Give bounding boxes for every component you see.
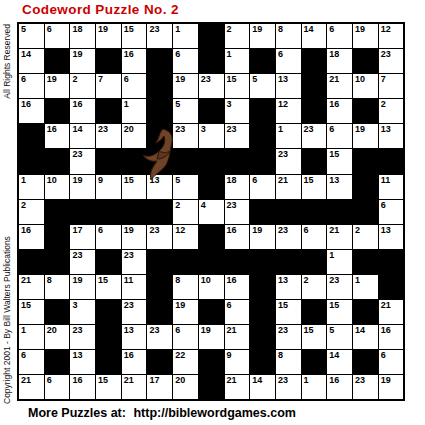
- cell-r5c12[interactable]: 23: [302, 124, 327, 148]
- clue-number: 16: [47, 125, 57, 134]
- cell-r9c10[interactable]: 19: [250, 225, 275, 249]
- clue-number: 15: [304, 326, 314, 335]
- cell-r14c5[interactable]: 16: [122, 350, 147, 374]
- cell-r7c5[interactable]: 15: [122, 175, 147, 199]
- clue-number: 19: [124, 226, 134, 235]
- cell-r11c13[interactable]: 23: [327, 275, 352, 299]
- cell-r8c9[interactable]: 23: [225, 200, 250, 224]
- clue-number: 2: [72, 75, 77, 84]
- clue-number: 19: [72, 176, 82, 185]
- cell-r10c5[interactable]: 23: [122, 250, 147, 274]
- clue-number: 3: [227, 100, 232, 109]
- clue-number: 21: [227, 326, 237, 335]
- cell-r14c8: [199, 350, 224, 374]
- clue-number: 6: [21, 75, 26, 84]
- clue-number: 23: [149, 226, 159, 235]
- cell-r12c3[interactable]: 3: [70, 300, 95, 324]
- clue-number: 16: [227, 276, 237, 285]
- cell-r4c10: [250, 99, 275, 123]
- clue-number: 1: [227, 50, 232, 59]
- clue-number: 15: [329, 150, 339, 159]
- clue-number: 1: [124, 100, 129, 109]
- cell-r11c3[interactable]: 19: [70, 275, 95, 299]
- cell-r14c7[interactable]: 22: [173, 350, 198, 374]
- clue-number: 21: [278, 176, 288, 185]
- cell-r6c13[interactable]: 15: [327, 149, 352, 173]
- cell-r8c10: [250, 200, 275, 224]
- clue-number: 2: [21, 201, 26, 210]
- cell-r5c5[interactable]: 20: [122, 124, 147, 148]
- cell-r15c3[interactable]: 16: [70, 375, 95, 399]
- cell-r13c14[interactable]: 14: [353, 325, 378, 349]
- clue-number: 6: [329, 25, 334, 34]
- clue-number: 22: [175, 351, 185, 360]
- clue-number: 10: [355, 75, 365, 84]
- cell-r4c11[interactable]: 12: [276, 99, 301, 123]
- cell-r7c6[interactable]: 13: [147, 175, 172, 199]
- cell-r2c13[interactable]: 18: [327, 49, 352, 73]
- clue-number: 12: [278, 100, 288, 109]
- clue-number: 2: [175, 201, 180, 210]
- clue-number: 19: [201, 326, 211, 335]
- cell-r3c11[interactable]: 13: [276, 74, 301, 98]
- cell-r5c11[interactable]: 1: [276, 124, 301, 148]
- clue-number: 23: [149, 25, 159, 34]
- cell-r13c11[interactable]: 23: [276, 325, 301, 349]
- cell-r4c8: [199, 99, 224, 123]
- clue-number: 1: [21, 176, 26, 185]
- cell-r13c13[interactable]: 5: [327, 325, 352, 349]
- cell-r14c2: [45, 350, 70, 374]
- clue-number: 2: [227, 25, 232, 34]
- clue-number: 23: [278, 150, 288, 159]
- cell-r8c7[interactable]: 2: [173, 200, 198, 224]
- clue-number: 23: [227, 201, 237, 210]
- cell-r11c2[interactable]: 8: [45, 275, 70, 299]
- cell-r12c5[interactable]: 23: [122, 300, 147, 324]
- cell-r5c7[interactable]: 23: [173, 124, 198, 148]
- cell-r14c10: [250, 350, 275, 374]
- clue-number: 19: [381, 376, 391, 385]
- cell-r2c9[interactable]: 1: [225, 49, 250, 73]
- cell-r10c3[interactable]: 23: [70, 250, 95, 274]
- cell-r10c2: [45, 250, 70, 274]
- cell-r8c11: [276, 200, 301, 224]
- cell-r2c15[interactable]: 23: [379, 49, 404, 73]
- cell-r9c6[interactable]: 23: [147, 225, 172, 249]
- clue-number: 13: [278, 75, 288, 84]
- clue-number: 14: [72, 125, 82, 134]
- cell-r2c11[interactable]: 6: [276, 49, 301, 73]
- cell-r7c15[interactable]: 11: [379, 175, 404, 199]
- cell-r13c5[interactable]: 13: [122, 325, 147, 349]
- cell-r3c12: [302, 74, 327, 98]
- cell-r12c2: [45, 300, 70, 324]
- clue-number: 15: [124, 176, 134, 185]
- cell-r5c10: [250, 124, 275, 148]
- cell-r5c13[interactable]: 6: [327, 124, 352, 148]
- cell-r8c14: [353, 200, 378, 224]
- cell-r7c10[interactable]: 6: [250, 175, 275, 199]
- cell-r8c15[interactable]: 6: [379, 200, 404, 224]
- cell-r14c13[interactable]: 14: [327, 350, 352, 374]
- clue-number: 16: [72, 100, 82, 109]
- clue-number: 16: [21, 100, 31, 109]
- clue-number: 16: [21, 226, 31, 235]
- cell-r9c4[interactable]: 6: [96, 225, 121, 249]
- cell-r12c6: [147, 300, 172, 324]
- cell-r14c4: [96, 350, 121, 374]
- cell-r3c6: [147, 74, 172, 98]
- cell-r6c6: [147, 149, 172, 173]
- clue-number: 3: [201, 125, 206, 134]
- cell-r11c5[interactable]: 11: [122, 275, 147, 299]
- cell-r1c12[interactable]: 14: [302, 24, 327, 48]
- clue-number: 2: [355, 226, 360, 235]
- clue-number: 21: [381, 301, 391, 310]
- clue-number: 10: [201, 276, 211, 285]
- cell-r1c6[interactable]: 23: [147, 24, 172, 48]
- cell-r8c12: [302, 200, 327, 224]
- clue-number: 2: [381, 100, 386, 109]
- cell-r12c15[interactable]: 21: [379, 300, 404, 324]
- cell-r12c11[interactable]: 15: [276, 300, 301, 324]
- cell-r1c1[interactable]: 5: [19, 24, 44, 48]
- cell-r5c1: [19, 124, 44, 148]
- cell-r10c15: [379, 250, 404, 274]
- cell-r15c11[interactable]: 23: [276, 375, 301, 399]
- cell-r14c3[interactable]: 13: [70, 350, 95, 374]
- cell-r10c14: [353, 250, 378, 274]
- cell-r9c8: [199, 225, 224, 249]
- cell-r5c4[interactable]: 23: [96, 124, 121, 148]
- cell-r14c11[interactable]: 8: [276, 350, 301, 374]
- clue-number: 11: [381, 176, 391, 185]
- cell-r4c7[interactable]: 5: [173, 99, 198, 123]
- cell-r3c10[interactable]: 5: [250, 74, 275, 98]
- cell-r13c3[interactable]: 23: [70, 325, 95, 349]
- clue-number: 21: [21, 276, 31, 285]
- clue-number: 8: [47, 276, 52, 285]
- clue-number: 17: [149, 376, 159, 385]
- cell-r15c6[interactable]: 17: [147, 375, 172, 399]
- cell-r7c2[interactable]: 10: [45, 175, 70, 199]
- cell-r4c13[interactable]: 16: [327, 99, 352, 123]
- codeword-grid: 5618191523121981461912141916616182361927…: [17, 22, 405, 401]
- clue-number: 6: [21, 351, 26, 360]
- cell-r4c3[interactable]: 16: [70, 99, 95, 123]
- cell-r10c13[interactable]: 1: [327, 250, 352, 274]
- cell-r2c8: [199, 49, 224, 73]
- cell-r15c5[interactable]: 21: [122, 375, 147, 399]
- cell-r2c5[interactable]: 16: [122, 49, 147, 73]
- cell-r1c3[interactable]: 18: [70, 24, 95, 48]
- clue-number: 23: [72, 251, 82, 260]
- clue-number: 5: [252, 75, 257, 84]
- clue-number: 1: [355, 276, 360, 285]
- cell-r1c10[interactable]: 19: [250, 24, 275, 48]
- cell-r12c13[interactable]: 15: [327, 300, 352, 324]
- cell-r14c9[interactable]: 9: [225, 350, 250, 374]
- cell-r10c1: [19, 250, 44, 274]
- clue-number: 1: [304, 376, 309, 385]
- codeword-puzzle-page: Codeword Puzzle No. 2 Copyright 2001 - B…: [0, 0, 425, 425]
- clue-number: 18: [329, 50, 339, 59]
- cell-r6c15: [379, 149, 404, 173]
- cell-r9c5[interactable]: 19: [122, 225, 147, 249]
- cell-r6c11[interactable]: 23: [276, 149, 301, 173]
- cell-r12c12: [302, 300, 327, 324]
- clue-number: 9: [98, 176, 103, 185]
- clue-number: 23: [149, 326, 159, 335]
- cell-r14c15[interactable]: 6: [379, 350, 404, 374]
- cell-r3c7[interactable]: 19: [173, 74, 198, 98]
- cell-r13c4: [96, 325, 121, 349]
- clue-number: 15: [329, 301, 339, 310]
- cell-r8c5: [122, 200, 147, 224]
- cell-r7c3[interactable]: 19: [70, 175, 95, 199]
- cell-r1c13[interactable]: 6: [327, 24, 352, 48]
- cell-r9c11[interactable]: 23: [276, 225, 301, 249]
- cell-r5c8[interactable]: 3: [199, 124, 224, 148]
- clue-number: 14: [329, 351, 339, 360]
- clue-number: 1: [278, 125, 283, 134]
- cell-r15c2[interactable]: 6: [45, 375, 70, 399]
- clue-number: 6: [124, 75, 129, 84]
- cell-r4c12: [302, 99, 327, 123]
- cell-r5c14[interactable]: 19: [353, 124, 378, 148]
- cell-r9c15[interactable]: 13: [379, 225, 404, 249]
- cell-r2c4: [96, 49, 121, 73]
- clue-number: 19: [72, 50, 82, 59]
- cell-r1c2[interactable]: 6: [45, 24, 70, 48]
- cell-r15c4[interactable]: 15: [96, 375, 121, 399]
- clue-number: 15: [124, 25, 134, 34]
- cell-r5c9[interactable]: 23: [225, 124, 250, 148]
- clue-number: 23: [381, 50, 391, 59]
- cell-r4c15[interactable]: 2: [379, 99, 404, 123]
- cell-r14c12: [302, 350, 327, 374]
- cell-r2c2: [45, 49, 70, 73]
- clue-number: 6: [329, 125, 334, 134]
- cell-r3c2[interactable]: 19: [45, 74, 70, 98]
- cell-r11c1[interactable]: 21: [19, 275, 44, 299]
- cell-r4c1[interactable]: 16: [19, 99, 44, 123]
- clue-number: 6: [304, 226, 309, 235]
- clue-number: 7: [381, 75, 386, 84]
- clue-number: 23: [72, 326, 82, 335]
- cell-r8c13: [327, 200, 352, 224]
- cell-r9c9[interactable]: 16: [225, 225, 250, 249]
- clue-number: 13: [124, 326, 134, 335]
- cell-r7c1[interactable]: 1: [19, 175, 44, 199]
- cell-r13c8[interactable]: 19: [199, 325, 224, 349]
- clue-number: 21: [124, 376, 134, 385]
- cell-r5c2[interactable]: 16: [45, 124, 70, 148]
- cell-r10c12: [302, 250, 327, 274]
- clue-number: 1: [21, 326, 26, 335]
- cell-r11c12[interactable]: 2: [302, 275, 327, 299]
- cell-r15c13[interactable]: 16: [327, 375, 352, 399]
- cell-r8c4: [96, 200, 121, 224]
- cell-r1c9[interactable]: 2: [225, 24, 250, 48]
- cell-r2c1[interactable]: 14: [19, 49, 44, 73]
- cell-r10c4: [96, 250, 121, 274]
- copyright-text: Copyright 2001 - By Bill Walters Publica…: [2, 236, 12, 404]
- cell-r3c4[interactable]: 7: [96, 74, 121, 98]
- clue-number: 16: [329, 100, 339, 109]
- clue-number: 15: [21, 301, 31, 310]
- clue-number: 23: [355, 376, 365, 385]
- clue-number: 6: [47, 376, 52, 385]
- clue-number: 5: [329, 326, 334, 335]
- cell-r1c4[interactable]: 19: [96, 24, 121, 48]
- clue-number: 19: [47, 75, 57, 84]
- cell-r12c9[interactable]: 6: [225, 300, 250, 324]
- cell-r15c12[interactable]: 1: [302, 375, 327, 399]
- clue-number: 4: [201, 201, 206, 210]
- cell-r6c8: [199, 149, 224, 173]
- cell-r13c9[interactable]: 21: [225, 325, 250, 349]
- cell-r14c1[interactable]: 6: [19, 350, 44, 374]
- clue-number: 16: [124, 351, 134, 360]
- cell-r10c10: [250, 250, 275, 274]
- cell-r11c14[interactable]: 1: [353, 275, 378, 299]
- cell-r2c3[interactable]: 19: [70, 49, 95, 73]
- footer-url[interactable]: http://biblewordgames.com: [133, 406, 296, 420]
- clue-number: 19: [72, 276, 82, 285]
- cell-r15c1[interactable]: 21: [19, 375, 44, 399]
- cell-r5c15[interactable]: 13: [379, 124, 404, 148]
- cell-r3c9[interactable]: 15: [225, 74, 250, 98]
- cell-r10c11: [276, 250, 301, 274]
- cell-r7c14: [353, 175, 378, 199]
- cell-r3c14[interactable]: 10: [353, 74, 378, 98]
- cell-r13c15[interactable]: 16: [379, 325, 404, 349]
- cell-r8c3: [70, 200, 95, 224]
- cell-r7c9[interactable]: 18: [225, 175, 250, 199]
- cell-r7c7[interactable]: 5: [173, 175, 198, 199]
- cell-r3c1[interactable]: 6: [19, 74, 44, 98]
- footer: More Puzzles at: http://biblewordgames.c…: [28, 406, 296, 420]
- clue-number: 13: [329, 176, 339, 185]
- cell-r6c3[interactable]: 23: [70, 149, 95, 173]
- clue-number: 20: [47, 326, 57, 335]
- cell-r9c14[interactable]: 2: [353, 225, 378, 249]
- page-title: Codeword Puzzle No. 2: [22, 2, 179, 17]
- clue-number: 16: [124, 50, 134, 59]
- clue-number: 12: [175, 226, 185, 235]
- cell-r6c7: [173, 149, 198, 173]
- clue-number: 13: [72, 351, 82, 360]
- cell-r11c11[interactable]: 13: [276, 275, 301, 299]
- clue-number: 21: [329, 226, 339, 235]
- cell-r1c14[interactable]: 19: [353, 24, 378, 48]
- cell-r12c1[interactable]: 15: [19, 300, 44, 324]
- clue-number: 23: [201, 75, 211, 84]
- clue-number: 18: [227, 176, 237, 185]
- cell-r4c9[interactable]: 3: [225, 99, 250, 123]
- cell-r1c7[interactable]: 1: [173, 24, 198, 48]
- cell-r7c4[interactable]: 9: [96, 175, 121, 199]
- cell-r13c6[interactable]: 23: [147, 325, 172, 349]
- clue-number: 12: [381, 25, 391, 34]
- cell-r9c3[interactable]: 17: [70, 225, 95, 249]
- cell-r11c7[interactable]: 8: [173, 275, 198, 299]
- cell-r7c8: [199, 175, 224, 199]
- cell-r9c13[interactable]: 21: [327, 225, 352, 249]
- cell-r15c14[interactable]: 23: [353, 375, 378, 399]
- clue-number: 6: [252, 176, 257, 185]
- cell-r10c6: [147, 250, 172, 274]
- cell-r13c7[interactable]: 6: [173, 325, 198, 349]
- clue-number: 16: [381, 326, 391, 335]
- cell-r5c3[interactable]: 14: [70, 124, 95, 148]
- clue-number: 17: [72, 226, 82, 235]
- cell-r7c13[interactable]: 13: [327, 175, 352, 199]
- clue-number: 20: [124, 125, 134, 134]
- cell-r11c8[interactable]: 10: [199, 275, 224, 299]
- cell-r8c8[interactable]: 4: [199, 200, 224, 224]
- cell-r1c5[interactable]: 15: [122, 24, 147, 48]
- clue-number: 1: [329, 251, 334, 260]
- cell-r13c2[interactable]: 20: [45, 325, 70, 349]
- cell-r4c6: [147, 99, 172, 123]
- cell-r4c5[interactable]: 1: [122, 99, 147, 123]
- clue-number: 15: [98, 276, 108, 285]
- cell-r11c9[interactable]: 16: [225, 275, 250, 299]
- clue-number: 15: [304, 176, 314, 185]
- cell-r15c10[interactable]: 14: [250, 375, 275, 399]
- cell-r6c9: [225, 149, 250, 173]
- clue-number: 21: [329, 75, 339, 84]
- cell-r9c7[interactable]: 12: [173, 225, 198, 249]
- clue-number: 23: [227, 125, 237, 134]
- clue-number: 18: [72, 25, 82, 34]
- cell-r4c14: [353, 99, 378, 123]
- cell-r3c8[interactable]: 23: [199, 74, 224, 98]
- cell-r13c1[interactable]: 1: [19, 325, 44, 349]
- rights-reserved-text: All Rights Reserved: [2, 24, 12, 99]
- cell-r13c12[interactable]: 15: [302, 325, 327, 349]
- cell-r12c7[interactable]: 19: [173, 300, 198, 324]
- cell-r1c15[interactable]: 12: [379, 24, 404, 48]
- cell-r9c2: [45, 225, 70, 249]
- cell-r15c8: [199, 375, 224, 399]
- clue-number: 23: [278, 326, 288, 335]
- clue-number: 10: [47, 176, 57, 185]
- cell-r1c11[interactable]: 8: [276, 24, 301, 48]
- clue-number: 23: [124, 251, 134, 260]
- cell-r15c15[interactable]: 19: [379, 375, 404, 399]
- cell-r3c15[interactable]: 7: [379, 74, 404, 98]
- cell-r7c12[interactable]: 15: [302, 175, 327, 199]
- cell-r3c3[interactable]: 2: [70, 74, 95, 98]
- cell-r15c7[interactable]: 20: [173, 375, 198, 399]
- cell-r9c1[interactable]: 16: [19, 225, 44, 249]
- clue-number: 16: [329, 376, 339, 385]
- cell-r8c1[interactable]: 2: [19, 200, 44, 224]
- clue-number: 6: [381, 201, 386, 210]
- cell-r11c4[interactable]: 15: [96, 275, 121, 299]
- cell-r15c9[interactable]: 21: [225, 375, 250, 399]
- cell-r3c5[interactable]: 6: [122, 74, 147, 98]
- cell-r7c11[interactable]: 21: [276, 175, 301, 199]
- cell-r2c7[interactable]: 6: [173, 49, 198, 73]
- cell-r9c12[interactable]: 6: [302, 225, 327, 249]
- cell-r3c13[interactable]: 21: [327, 74, 352, 98]
- clue-number: 23: [124, 301, 134, 310]
